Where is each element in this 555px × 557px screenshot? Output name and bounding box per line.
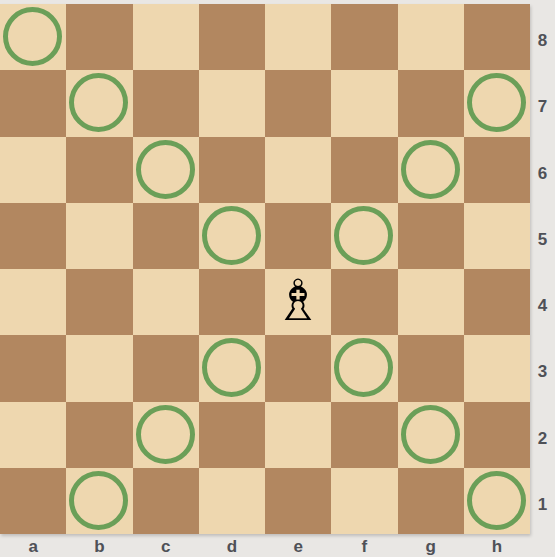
move-destination-circle — [334, 338, 393, 397]
square-e5[interactable] — [265, 203, 331, 269]
move-destination-circle — [136, 405, 195, 464]
rank-label-1: 1 — [530, 468, 555, 534]
square-c3[interactable] — [133, 335, 199, 401]
square-g2[interactable] — [398, 402, 464, 468]
square-d6[interactable] — [199, 137, 265, 203]
square-d3[interactable] — [199, 335, 265, 401]
square-b5[interactable] — [66, 203, 132, 269]
move-destination-circle — [69, 73, 128, 132]
square-e4[interactable]: ♗ — [265, 269, 331, 335]
square-a1[interactable] — [0, 468, 66, 534]
square-d1[interactable] — [199, 468, 265, 534]
rank-label-5: 5 — [530, 203, 555, 269]
move-destination-circle — [401, 140, 460, 199]
move-destination-circle — [3, 7, 62, 66]
move-destination-circle — [136, 140, 195, 199]
file-label-f: f — [331, 534, 397, 557]
rank-label-6: 6 — [530, 137, 555, 203]
rank-coordinates: 87654321 — [530, 4, 555, 534]
file-label-c: c — [133, 534, 199, 557]
square-f1[interactable] — [331, 468, 397, 534]
square-b1[interactable] — [66, 468, 132, 534]
move-destination-circle — [202, 338, 261, 397]
square-d8[interactable] — [199, 4, 265, 70]
file-coordinates: abcdefgh — [0, 534, 530, 557]
square-f6[interactable] — [331, 137, 397, 203]
square-f7[interactable] — [331, 70, 397, 136]
square-g5[interactable] — [398, 203, 464, 269]
move-destination-circle — [334, 206, 393, 265]
square-c8[interactable] — [133, 4, 199, 70]
square-d4[interactable] — [199, 269, 265, 335]
file-label-h: h — [464, 534, 530, 557]
square-g8[interactable] — [398, 4, 464, 70]
square-e2[interactable] — [265, 402, 331, 468]
square-d2[interactable] — [199, 402, 265, 468]
square-g4[interactable] — [398, 269, 464, 335]
square-a4[interactable] — [0, 269, 66, 335]
file-label-b: b — [66, 534, 132, 557]
square-e8[interactable] — [265, 4, 331, 70]
square-g7[interactable] — [398, 70, 464, 136]
file-label-g: g — [398, 534, 464, 557]
square-c6[interactable] — [133, 137, 199, 203]
square-b6[interactable] — [66, 137, 132, 203]
square-f8[interactable] — [331, 4, 397, 70]
rank-label-3: 3 — [530, 335, 555, 401]
square-a6[interactable] — [0, 137, 66, 203]
square-b7[interactable] — [66, 70, 132, 136]
file-label-e: e — [265, 534, 331, 557]
square-h1[interactable] — [464, 468, 530, 534]
square-f4[interactable] — [331, 269, 397, 335]
square-b2[interactable] — [66, 402, 132, 468]
rank-label-8: 8 — [530, 4, 555, 70]
rank-label-2: 2 — [530, 402, 555, 468]
square-f5[interactable] — [331, 203, 397, 269]
rank-label-4: 4 — [530, 269, 555, 335]
move-destination-circle — [467, 73, 526, 132]
move-destination-circle — [69, 471, 128, 530]
square-e7[interactable] — [265, 70, 331, 136]
white-bishop[interactable]: ♗ — [265, 269, 331, 335]
square-h3[interactable] — [464, 335, 530, 401]
move-destination-circle — [202, 206, 261, 265]
chess-board[interactable]: ♗ — [0, 4, 530, 534]
square-f3[interactable] — [331, 335, 397, 401]
square-f2[interactable] — [331, 402, 397, 468]
square-b4[interactable] — [66, 269, 132, 335]
square-g6[interactable] — [398, 137, 464, 203]
move-destination-circle — [467, 471, 526, 530]
square-h5[interactable] — [464, 203, 530, 269]
square-e3[interactable] — [265, 335, 331, 401]
square-a2[interactable] — [0, 402, 66, 468]
square-c2[interactable] — [133, 402, 199, 468]
square-h4[interactable] — [464, 269, 530, 335]
square-g3[interactable] — [398, 335, 464, 401]
file-label-a: a — [0, 534, 66, 557]
square-g1[interactable] — [398, 468, 464, 534]
move-destination-circle — [401, 405, 460, 464]
square-a7[interactable] — [0, 70, 66, 136]
square-c1[interactable] — [133, 468, 199, 534]
square-e6[interactable] — [265, 137, 331, 203]
file-label-d: d — [199, 534, 265, 557]
square-c5[interactable] — [133, 203, 199, 269]
square-h7[interactable] — [464, 70, 530, 136]
chess-board-page: ♗ 87654321 abcdefgh — [0, 0, 555, 557]
square-a8[interactable] — [0, 4, 66, 70]
square-c7[interactable] — [133, 70, 199, 136]
square-h6[interactable] — [464, 137, 530, 203]
square-e1[interactable] — [265, 468, 331, 534]
square-d5[interactable] — [199, 203, 265, 269]
square-h2[interactable] — [464, 402, 530, 468]
rank-label-7: 7 — [530, 70, 555, 136]
square-b3[interactable] — [66, 335, 132, 401]
square-b8[interactable] — [66, 4, 132, 70]
square-a3[interactable] — [0, 335, 66, 401]
square-d7[interactable] — [199, 70, 265, 136]
square-a5[interactable] — [0, 203, 66, 269]
square-h8[interactable] — [464, 4, 530, 70]
square-c4[interactable] — [133, 269, 199, 335]
